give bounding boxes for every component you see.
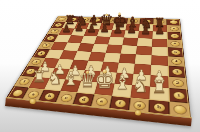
gold-medallion: 3 <box>172 68 182 74</box>
gold-medallion: 8 <box>170 27 178 31</box>
gold-medallion <box>11 89 23 96</box>
gold-medallion: g <box>134 101 145 110</box>
gold-medallion: d <box>78 96 90 104</box>
gold-medallion: f <box>130 19 137 23</box>
gold-medallion: 8 <box>54 23 62 27</box>
gold-medallion: 4 <box>36 51 46 56</box>
gold-medallion: 7 <box>170 34 178 38</box>
gold-medallion: 5 <box>41 43 50 47</box>
gold-medallion: g <box>143 19 150 23</box>
gold-medallion: a <box>27 91 39 98</box>
gold-medallion: 4 <box>172 59 182 65</box>
gold-medallion: e <box>96 97 108 105</box>
gold-medallion: 1 <box>173 91 184 99</box>
gold-medallion: 2 <box>173 79 184 86</box>
gold-medallion: 5 <box>171 50 180 55</box>
gold-medallion: e <box>117 19 125 22</box>
gold-medallion: c <box>60 94 72 102</box>
gold-medallion: 6 <box>171 41 180 46</box>
gold-medallion: b <box>81 18 89 21</box>
brass-clasp <box>29 99 36 105</box>
gold-medallion: a <box>69 18 77 21</box>
gold-medallion: d <box>105 19 113 22</box>
gold-medallion: f <box>114 99 125 107</box>
gold-medallion: 1 <box>18 78 30 85</box>
gold-medallion: h <box>154 103 165 112</box>
gold-medallion: c <box>93 18 101 21</box>
gold-medallion <box>58 17 66 20</box>
chess-set-photo: abcdefgh8877665544332211abcdefgh ♜♞♝♛♚♝♞… <box>0 0 200 132</box>
gold-medallion <box>170 20 178 24</box>
gold-medallion <box>174 105 186 114</box>
gold-medallion: b <box>43 92 55 100</box>
gold-medallion: 3 <box>31 59 41 64</box>
gold-medallion: 6 <box>46 36 55 40</box>
gold-medallion: h <box>156 20 163 24</box>
brass-clasp <box>135 110 142 116</box>
gold-medallion: 2 <box>25 68 36 74</box>
gold-medallion: 7 <box>50 29 59 33</box>
